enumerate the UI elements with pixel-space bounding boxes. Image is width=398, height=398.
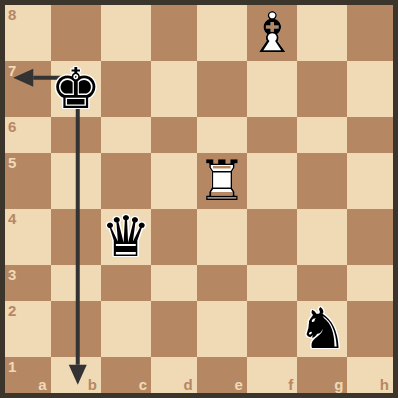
square-b7[interactable]: ♚ <box>51 61 101 117</box>
square-c7[interactable] <box>101 61 151 117</box>
square-c3[interactable] <box>101 265 151 301</box>
square-g7[interactable] <box>297 61 347 117</box>
square-f2[interactable] <box>247 301 297 357</box>
square-e3[interactable] <box>197 265 247 301</box>
white-bishop[interactable]: ♝♗ <box>247 5 297 61</box>
rank-label-5: 5 <box>8 155 16 170</box>
square-g2[interactable]: ♞ <box>297 301 347 357</box>
square-f5[interactable] <box>247 153 297 209</box>
square-d6[interactable] <box>151 117 197 153</box>
square-a7[interactable]: 7 <box>5 61 51 117</box>
white-bishop-outline: ♗ <box>247 0 297 65</box>
board-grid: 8♝♗7♚65♜♖4♛32♞1abcdefgh <box>5 5 393 393</box>
square-f7[interactable] <box>247 61 297 117</box>
square-b4[interactable] <box>51 209 101 265</box>
square-h6[interactable] <box>347 117 393 153</box>
square-c5[interactable] <box>101 153 151 209</box>
square-d1[interactable]: d <box>151 357 197 393</box>
square-c1[interactable]: c <box>101 357 151 393</box>
square-g6[interactable] <box>297 117 347 153</box>
square-a5[interactable]: 5 <box>5 153 51 209</box>
square-h5[interactable] <box>347 153 393 209</box>
square-b1[interactable]: b <box>51 357 101 393</box>
square-c6[interactable] <box>101 117 151 153</box>
square-b8[interactable] <box>51 5 101 61</box>
file-label-c: c <box>139 377 147 392</box>
white-rook[interactable]: ♜♖ <box>197 153 247 209</box>
square-a3[interactable]: 3 <box>5 265 51 301</box>
rank-label-6: 6 <box>8 119 16 134</box>
square-c4[interactable]: ♛ <box>101 209 151 265</box>
rank-label-8: 8 <box>8 7 16 22</box>
square-f4[interactable] <box>247 209 297 265</box>
file-label-a: a <box>38 377 46 392</box>
square-d7[interactable] <box>151 61 197 117</box>
file-label-f: f <box>288 377 293 392</box>
square-h4[interactable] <box>347 209 393 265</box>
square-a2[interactable]: 2 <box>5 301 51 357</box>
square-f1[interactable]: f <box>247 357 297 393</box>
black-queen[interactable]: ♛ <box>101 209 151 265</box>
square-d4[interactable] <box>151 209 197 265</box>
square-b2[interactable] <box>51 301 101 357</box>
rank-label-7: 7 <box>8 63 16 78</box>
square-d5[interactable] <box>151 153 197 209</box>
square-d3[interactable] <box>151 265 197 301</box>
square-b3[interactable] <box>51 265 101 301</box>
square-h2[interactable] <box>347 301 393 357</box>
square-h1[interactable]: h <box>347 357 393 393</box>
black-knight[interactable]: ♞ <box>297 301 347 357</box>
rank-label-4: 4 <box>8 211 16 226</box>
square-c8[interactable] <box>101 5 151 61</box>
square-g4[interactable] <box>297 209 347 265</box>
square-b5[interactable] <box>51 153 101 209</box>
square-f6[interactable] <box>247 117 297 153</box>
rank-label-3: 3 <box>8 267 16 282</box>
square-d8[interactable] <box>151 5 197 61</box>
square-a1[interactable]: 1a <box>5 357 51 393</box>
square-b6[interactable] <box>51 117 101 153</box>
square-d2[interactable] <box>151 301 197 357</box>
square-e2[interactable] <box>197 301 247 357</box>
rank-label-1: 1 <box>8 359 16 374</box>
rank-label-2: 2 <box>8 303 16 318</box>
square-e7[interactable] <box>197 61 247 117</box>
square-c2[interactable] <box>101 301 151 357</box>
square-e1[interactable]: e <box>197 357 247 393</box>
square-g8[interactable] <box>297 5 347 61</box>
square-h3[interactable] <box>347 265 393 301</box>
square-a8[interactable]: 8 <box>5 5 51 61</box>
square-e5[interactable]: ♜♖ <box>197 153 247 209</box>
square-a4[interactable]: 4 <box>5 209 51 265</box>
chess-board: 8♝♗7♚65♜♖4♛32♞1abcdefgh <box>0 0 398 398</box>
file-label-b: b <box>88 377 97 392</box>
square-g5[interactable] <box>297 153 347 209</box>
square-g1[interactable]: g <box>297 357 347 393</box>
square-h8[interactable] <box>347 5 393 61</box>
square-h7[interactable] <box>347 61 393 117</box>
square-a6[interactable]: 6 <box>5 117 51 153</box>
file-label-h: h <box>380 377 389 392</box>
square-e4[interactable] <box>197 209 247 265</box>
black-king[interactable]: ♚ <box>51 61 101 117</box>
white-rook-outline: ♖ <box>197 148 247 213</box>
square-f3[interactable] <box>247 265 297 301</box>
square-f8[interactable]: ♝♗ <box>247 5 297 61</box>
file-label-d: d <box>184 377 193 392</box>
file-label-g: g <box>334 377 343 392</box>
file-label-e: e <box>235 377 243 392</box>
square-e8[interactable] <box>197 5 247 61</box>
